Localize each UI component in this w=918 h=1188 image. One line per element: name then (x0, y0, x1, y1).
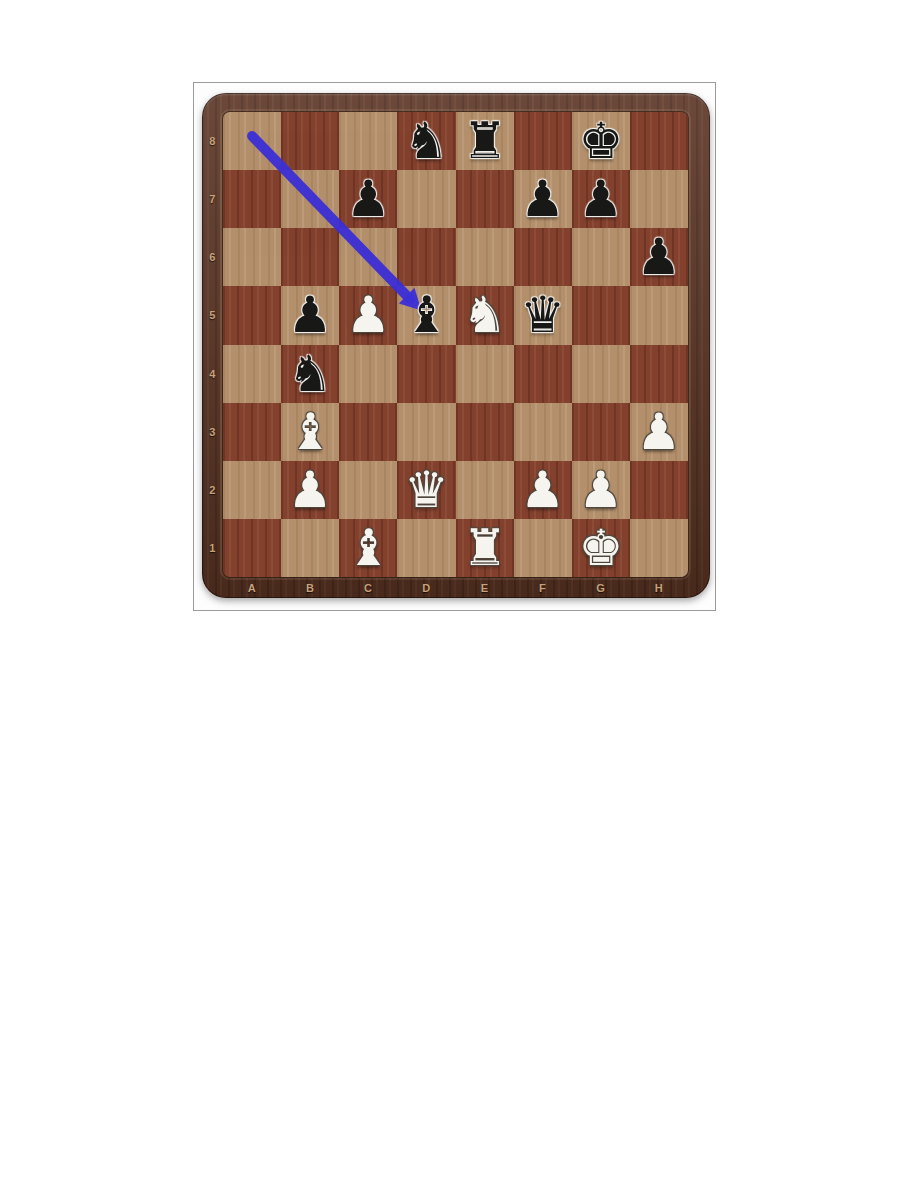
white-pawn-h3: ♟ (637, 403, 682, 461)
black-pawn-h6: ♟ (637, 228, 682, 286)
square-c2 (339, 461, 397, 519)
square-d4 (397, 345, 455, 403)
square-h1 (630, 519, 688, 577)
square-f8 (514, 112, 572, 170)
square-a6 (223, 228, 281, 286)
square-c7: ♟ (339, 170, 397, 228)
square-e3 (456, 403, 514, 461)
square-e5: ♞ (456, 286, 514, 344)
square-f7: ♟ (514, 170, 572, 228)
file-label-F: F (539, 582, 546, 594)
board-frame: 87654321 ABCDEFGH ♞♜♚♟♟♟♟♟♟♝♞♛♞♝♟♟♛♟♟♝♜♚ (202, 93, 710, 598)
square-d7 (397, 170, 455, 228)
rank-label-2: 2 (209, 484, 216, 496)
black-king-g8: ♚ (578, 112, 623, 170)
file-label-D: D (422, 582, 430, 594)
black-queen-f5: ♛ (520, 286, 565, 344)
white-pawn-c5: ♟ (346, 286, 391, 344)
square-d6 (397, 228, 455, 286)
square-f4 (514, 345, 572, 403)
square-a1 (223, 519, 281, 577)
square-g4 (572, 345, 630, 403)
square-a2 (223, 461, 281, 519)
square-a5 (223, 286, 281, 344)
file-label-C: C (364, 582, 372, 594)
square-b5: ♟ (281, 286, 339, 344)
black-pawn-c7: ♟ (346, 170, 391, 228)
white-knight-e5: ♞ (462, 286, 507, 344)
square-g7: ♟ (572, 170, 630, 228)
square-d1 (397, 519, 455, 577)
white-king-g1: ♚ (578, 519, 623, 577)
file-label-H: H (655, 582, 663, 594)
file-label-A: A (248, 582, 256, 594)
black-knight-d8: ♞ (404, 112, 449, 170)
square-h5 (630, 286, 688, 344)
white-pawn-f2: ♟ (520, 461, 565, 519)
white-bishop-b3: ♝ (288, 403, 333, 461)
file-label-G: G (596, 582, 605, 594)
rank-label-4: 4 (209, 368, 216, 380)
rank-label-7: 7 (209, 193, 216, 205)
square-g1: ♚ (572, 519, 630, 577)
square-b1 (281, 519, 339, 577)
square-h6: ♟ (630, 228, 688, 286)
square-g5 (572, 286, 630, 344)
square-b7 (281, 170, 339, 228)
square-a7 (223, 170, 281, 228)
white-bishop-c1: ♝ (346, 519, 391, 577)
white-rook-e1: ♜ (462, 519, 507, 577)
square-f1 (514, 519, 572, 577)
square-e4 (456, 345, 514, 403)
square-e2 (456, 461, 514, 519)
square-b8 (281, 112, 339, 170)
file-labels: ABCDEFGH (223, 577, 688, 598)
black-bishop-d5: ♝ (404, 286, 449, 344)
square-b2: ♟ (281, 461, 339, 519)
black-knight-b4: ♞ (288, 345, 333, 403)
square-d8: ♞ (397, 112, 455, 170)
square-g8: ♚ (572, 112, 630, 170)
black-pawn-b5: ♟ (288, 286, 333, 344)
square-f3 (514, 403, 572, 461)
rank-labels: 87654321 (202, 112, 223, 577)
rank-label-6: 6 (209, 251, 216, 263)
square-h2 (630, 461, 688, 519)
square-a4 (223, 345, 281, 403)
rank-label-1: 1 (209, 542, 216, 554)
square-e7 (456, 170, 514, 228)
square-c4 (339, 345, 397, 403)
white-pawn-g2: ♟ (578, 461, 623, 519)
square-b6 (281, 228, 339, 286)
square-a3 (223, 403, 281, 461)
black-pawn-g7: ♟ (578, 170, 623, 228)
square-h7 (630, 170, 688, 228)
square-c1: ♝ (339, 519, 397, 577)
square-a8 (223, 112, 281, 170)
square-f2: ♟ (514, 461, 572, 519)
square-h4 (630, 345, 688, 403)
black-pawn-f7: ♟ (520, 170, 565, 228)
square-f6 (514, 228, 572, 286)
square-g3 (572, 403, 630, 461)
chess-board: ♞♜♚♟♟♟♟♟♟♝♞♛♞♝♟♟♛♟♟♝♜♚ (223, 112, 688, 577)
square-e1: ♜ (456, 519, 514, 577)
square-g6 (572, 228, 630, 286)
square-c6 (339, 228, 397, 286)
rank-label-5: 5 (209, 309, 216, 321)
white-pawn-b2: ♟ (288, 461, 333, 519)
white-queen-d2: ♛ (404, 461, 449, 519)
square-b3: ♝ (281, 403, 339, 461)
square-f5: ♛ (514, 286, 572, 344)
file-label-B: B (306, 582, 314, 594)
square-c3 (339, 403, 397, 461)
square-d5: ♝ (397, 286, 455, 344)
square-d3 (397, 403, 455, 461)
square-g2: ♟ (572, 461, 630, 519)
square-b4: ♞ (281, 345, 339, 403)
square-h8 (630, 112, 688, 170)
square-c5: ♟ (339, 286, 397, 344)
square-c8 (339, 112, 397, 170)
square-e8: ♜ (456, 112, 514, 170)
black-rook-e8: ♜ (462, 112, 507, 170)
square-e6 (456, 228, 514, 286)
square-d2: ♛ (397, 461, 455, 519)
chess-diagram-image: 87654321 ABCDEFGH ♞♜♚♟♟♟♟♟♟♝♞♛♞♝♟♟♛♟♟♝♜♚ (193, 82, 716, 611)
rank-label-3: 3 (209, 426, 216, 438)
square-h3: ♟ (630, 403, 688, 461)
file-label-E: E (481, 582, 489, 594)
rank-label-8: 8 (209, 135, 216, 147)
